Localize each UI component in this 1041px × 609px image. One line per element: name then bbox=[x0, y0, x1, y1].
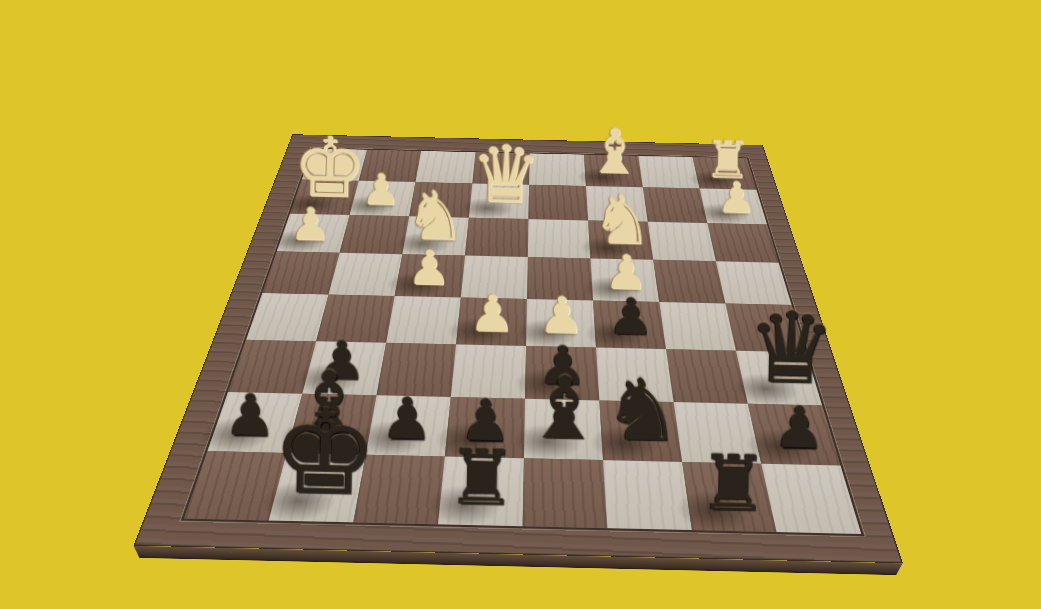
black-bishop-d7[interactable]: ♝ bbox=[524, 364, 604, 451]
square-h3[interactable]: ♟ bbox=[277, 214, 350, 253]
black-king-g8[interactable]: ♚ bbox=[271, 394, 357, 513]
square-a3[interactable] bbox=[707, 223, 778, 263]
white-pawn-g2[interactable]: ♟ bbox=[351, 167, 411, 211]
white-pawn-e5[interactable]: ♟ bbox=[457, 287, 528, 339]
white-queen-e2[interactable]: ♛ bbox=[469, 134, 530, 214]
square-d7[interactable]: ♝ bbox=[524, 399, 603, 460]
black-pawn-f7[interactable]: ♟ bbox=[367, 389, 447, 448]
white-pawn-f4[interactable]: ♟ bbox=[396, 242, 463, 291]
board-grid: ♝♜♚♟♛♟♟♞♞♟♟♟♟♟♟♟♛♟♝♟♟♝♞♟♚♜♜ bbox=[181, 148, 865, 537]
board-frame: ♝♜♚♟♛♟♟♞♞♟♟♟♟♟♟♟♛♟♝♟♟♝♞♟♚♜♜ bbox=[133, 134, 902, 563]
square-c5[interactable]: ♟ bbox=[593, 301, 666, 350]
square-c7[interactable]: ♞ bbox=[599, 400, 682, 461]
black-knight-c7[interactable]: ♞ bbox=[603, 366, 683, 453]
black-rook-e8[interactable]: ♜ bbox=[439, 438, 525, 516]
square-b8[interactable]: ♜ bbox=[682, 462, 776, 532]
square-a2[interactable]: ♟ bbox=[700, 189, 767, 225]
black-rook-b8[interactable]: ♜ bbox=[691, 444, 777, 522]
square-g8[interactable]: ♚ bbox=[269, 453, 366, 522]
white-pawn-a2[interactable]: ♟ bbox=[706, 175, 766, 219]
chess-board[interactable]: ♝♜♚♟♛♟♟♞♞♟♟♟♟♟♟♟♛♟♝♟♟♝♞♟♚♜♜ bbox=[133, 134, 902, 563]
white-bishop-c1[interactable]: ♝ bbox=[586, 120, 644, 183]
square-e3[interactable] bbox=[465, 218, 528, 257]
black-queen-a6[interactable]: ♛ bbox=[746, 298, 822, 398]
background: ♝♜♚♟♛♟♟♞♞♟♟♟♟♟♟♟♛♟♝♟♟♝♞♟♚♜♜ bbox=[0, 0, 1041, 609]
square-d8[interactable] bbox=[523, 458, 608, 528]
square-e8[interactable]: ♜ bbox=[438, 457, 524, 527]
black-pawn-c5[interactable]: ♟ bbox=[596, 290, 667, 342]
square-e2[interactable]: ♛ bbox=[469, 183, 529, 219]
square-h4[interactable] bbox=[262, 251, 339, 294]
square-b5[interactable] bbox=[659, 302, 736, 351]
square-f4[interactable]: ♟ bbox=[395, 254, 465, 297]
white-pawn-h3[interactable]: ♟ bbox=[279, 201, 342, 248]
square-f7[interactable]: ♟ bbox=[366, 395, 451, 456]
square-a8[interactable] bbox=[761, 464, 861, 534]
square-e5[interactable]: ♟ bbox=[456, 298, 527, 346]
board-tilt-wrapper: ♝♜♚♟♛♟♟♞♞♟♟♟♟♟♟♟♛♟♝♟♟♝♞♟♚♜♜ bbox=[225, 0, 822, 596]
